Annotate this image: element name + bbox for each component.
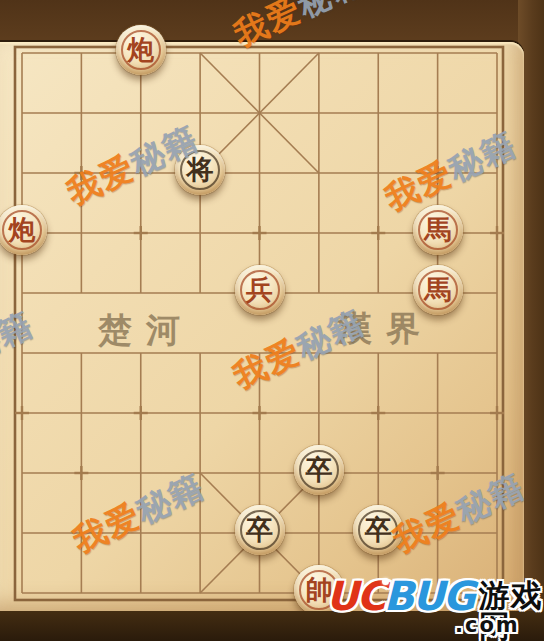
piece-black-soldier[interactable]: 卒 (235, 505, 285, 555)
logo-bug: BUG (384, 576, 474, 616)
piece-black-soldier[interactable]: 卒 (294, 445, 344, 495)
logo-sparkle-dot (382, 578, 389, 585)
piece-glyph: 馬 (424, 276, 451, 303)
piece-glyph: 兵 (246, 276, 273, 303)
piece-red-soldier[interactable]: 兵 (235, 265, 285, 315)
piece-glyph: 炮 (9, 216, 36, 243)
piece-glyph: 馬 (424, 216, 451, 243)
piece-red-horse[interactable]: 馬 (413, 265, 463, 315)
piece-red-cannon[interactable]: 炮 (116, 25, 166, 75)
river-label-chu-he: 楚河 (98, 308, 194, 354)
piece-glyph: 卒 (246, 516, 273, 543)
piece-glyph: 卒 (365, 516, 392, 543)
logo-domain: .com (455, 613, 520, 637)
piece-red-horse[interactable]: 馬 (413, 205, 463, 255)
piece-glyph: 卒 (305, 456, 332, 483)
logo-uc: UC (326, 576, 384, 616)
piece-glyph: 炮 (127, 36, 154, 63)
screenshot-root: 楚河 漢界 炮将炮馬兵馬卒卒卒帥 我爱秘籍我爱秘籍我爱秘籍我爱秘籍我爱秘籍我爱秘… (0, 0, 544, 641)
